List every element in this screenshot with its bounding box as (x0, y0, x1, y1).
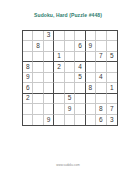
cell-r6c1: 6 (23, 83, 33, 93)
cell-r6c7: 8 (86, 83, 96, 93)
cell-r9c9: 3 (107, 115, 117, 125)
cell-r6c9: 1 (107, 83, 117, 93)
cell-r3c7 (86, 52, 96, 62)
cell-r5c5 (65, 73, 75, 83)
cell-r9c5 (65, 115, 75, 125)
cell-r1c5 (65, 31, 75, 41)
cell-r1c8 (96, 31, 106, 41)
cell-r9c3: 9 (44, 115, 54, 125)
cell-r4c9 (107, 62, 117, 72)
cell-r3c1 (23, 52, 33, 62)
cell-r5c3 (44, 73, 54, 83)
cell-r8c4 (54, 104, 64, 114)
cell-r2c3 (44, 41, 54, 51)
cell-r5c4 (54, 73, 64, 83)
cell-r7c9 (107, 94, 117, 104)
sudoku-grid: 386917582495468125987963 (22, 30, 118, 126)
cell-r3c5 (65, 52, 75, 62)
cell-r9c2 (33, 115, 43, 125)
cell-r4c7 (86, 62, 96, 72)
cell-r6c2 (33, 83, 43, 93)
cell-r4c5 (65, 62, 75, 72)
cell-r8c6 (75, 104, 85, 114)
cell-r9c6 (75, 115, 85, 125)
cell-r5c2 (33, 73, 43, 83)
cell-r1c9 (107, 31, 117, 41)
cell-r8c2 (33, 104, 43, 114)
cell-r7c8 (96, 94, 106, 104)
cell-r4c8 (96, 62, 106, 72)
cell-r8c5: 9 (65, 104, 75, 114)
cell-r6c6 (75, 83, 85, 93)
cell-r6c8 (96, 83, 106, 93)
cell-r9c7 (86, 115, 96, 125)
cell-r2c5 (65, 41, 75, 51)
cell-r8c9: 7 (107, 104, 117, 114)
cell-r2c9 (107, 41, 117, 51)
cell-r5c8: 4 (96, 73, 106, 83)
cell-r1c6 (75, 31, 85, 41)
cell-r1c3: 3 (44, 31, 54, 41)
cell-r6c4 (54, 83, 64, 93)
cell-r4c6: 4 (75, 62, 85, 72)
cell-r3c9: 5 (107, 52, 117, 62)
cell-r2c4 (54, 41, 64, 51)
cell-r2c2: 8 (33, 41, 43, 51)
cell-r7c4 (54, 94, 64, 104)
cell-r4c1: 8 (23, 62, 33, 72)
cell-r7c6 (75, 94, 85, 104)
cell-r3c2 (33, 52, 43, 62)
cell-r4c2 (33, 62, 43, 72)
cell-r2c7: 9 (86, 41, 96, 51)
cell-r7c1: 2 (23, 94, 33, 104)
cell-r9c8: 6 (96, 115, 106, 125)
cell-r6c3 (44, 83, 54, 93)
cell-r3c4: 1 (54, 52, 64, 62)
cell-r5c6: 5 (75, 73, 85, 83)
footer-url: www.sudoku.com (0, 163, 136, 167)
cell-r7c7 (86, 94, 96, 104)
sudoku-sheet: Sudoku, Hard (Puzzle #448) 3869175824954… (0, 0, 136, 176)
cell-r3c3 (44, 52, 54, 62)
cell-r7c3 (44, 94, 54, 104)
cell-r7c5: 5 (65, 94, 75, 104)
cell-r5c7 (86, 73, 96, 83)
cell-r8c3 (44, 104, 54, 114)
cell-r5c9 (107, 73, 117, 83)
cell-r1c7 (86, 31, 96, 41)
cell-r2c6: 6 (75, 41, 85, 51)
cell-r9c1 (23, 115, 33, 125)
cell-r8c7 (86, 104, 96, 114)
cell-r5c1: 9 (23, 73, 33, 83)
cell-r3c8: 7 (96, 52, 106, 62)
cell-r6c5 (65, 83, 75, 93)
cell-r3c6 (75, 52, 85, 62)
cell-r2c8 (96, 41, 106, 51)
cell-r8c1 (23, 104, 33, 114)
cell-r2c1 (23, 41, 33, 51)
cell-r7c2 (33, 94, 43, 104)
cell-r8c8: 8 (96, 104, 106, 114)
cell-r9c4 (54, 115, 64, 125)
cell-r4c4: 2 (54, 62, 64, 72)
page-title: Sudoku, Hard (Puzzle #448) (0, 12, 136, 18)
cell-r1c1 (23, 31, 33, 41)
cell-r1c4 (54, 31, 64, 41)
cell-r4c3 (44, 62, 54, 72)
cell-r1c2 (33, 31, 43, 41)
